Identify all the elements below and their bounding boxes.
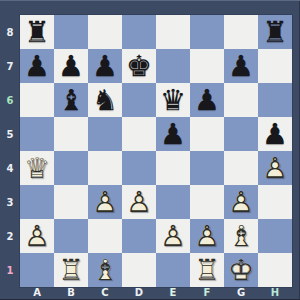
square-g7[interactable]: ♟ (224, 49, 258, 83)
square-h5[interactable]: ♟ (258, 117, 292, 151)
square-b7[interactable]: ♟ (54, 49, 88, 83)
piece-fill: ♟ (190, 83, 224, 117)
square-h3[interactable] (258, 185, 292, 219)
square-f7[interactable] (190, 49, 224, 83)
square-c1[interactable]: ♝♗ (88, 253, 122, 287)
piece-fill: ♟ (258, 117, 292, 151)
white-bishop: ♝♗ (224, 219, 258, 253)
square-d6[interactable] (122, 83, 156, 117)
square-b3[interactable] (54, 185, 88, 219)
square-f6[interactable]: ♟ (190, 83, 224, 117)
square-e6[interactable]: ♛ (156, 83, 190, 117)
chess-board: ♜♜♟♟♟♚♟♝♞♛♟♟♟♛♕♟♙♟♙♟♙♟♙♟♙♟♙♟♙♝♗♜♖♝♗♜♖♚♔ (20, 15, 292, 287)
white-pawn: ♟♙ (20, 219, 54, 253)
chess-board-frame: 87654321 ♜♜♟♟♟♚♟♝♞♛♟♟♟♛♕♟♙♟♙♟♙♟♙♟♙♟♙♟♙♝♗… (0, 0, 300, 300)
square-h8[interactable]: ♜ (258, 15, 292, 49)
square-a1[interactable] (20, 253, 54, 287)
square-g6[interactable] (224, 83, 258, 117)
file-label-h: H (258, 286, 292, 299)
white-rook: ♜♖ (54, 253, 88, 287)
piece-outline: ♙ (258, 151, 292, 185)
file-label-d: D (122, 286, 156, 299)
square-a2[interactable]: ♟♙ (20, 219, 54, 253)
white-queen: ♛♕ (20, 151, 54, 185)
square-a5[interactable] (20, 117, 54, 151)
square-e3[interactable] (156, 185, 190, 219)
square-e8[interactable] (156, 15, 190, 49)
square-b8[interactable] (54, 15, 88, 49)
square-g4[interactable] (224, 151, 258, 185)
black-rook: ♜ (20, 15, 54, 49)
rank-label-7: 7 (0, 49, 20, 83)
rank-label-2: 2 (0, 219, 20, 253)
piece-fill: ♟ (88, 49, 122, 83)
white-pawn: ♟♙ (224, 185, 258, 219)
square-d5[interactable] (122, 117, 156, 151)
square-h4[interactable]: ♟♙ (258, 151, 292, 185)
square-a7[interactable]: ♟ (20, 49, 54, 83)
square-e1[interactable] (156, 253, 190, 287)
square-a3[interactable] (20, 185, 54, 219)
file-label-f: F (190, 286, 224, 299)
piece-fill: ♜ (20, 15, 54, 49)
square-f3[interactable] (190, 185, 224, 219)
black-rook: ♜ (258, 15, 292, 49)
square-g5[interactable] (224, 117, 258, 151)
square-c8[interactable] (88, 15, 122, 49)
square-f2[interactable]: ♟♙ (190, 219, 224, 253)
square-h6[interactable] (258, 83, 292, 117)
black-pawn: ♟ (20, 49, 54, 83)
piece-fill: ♜ (258, 15, 292, 49)
black-king: ♚ (122, 49, 156, 83)
square-b2[interactable] (54, 219, 88, 253)
square-d7[interactable]: ♚ (122, 49, 156, 83)
black-pawn: ♟ (258, 117, 292, 151)
square-d8[interactable] (122, 15, 156, 49)
piece-outline: ♖ (190, 253, 224, 287)
white-pawn: ♟♙ (122, 185, 156, 219)
square-d3[interactable]: ♟♙ (122, 185, 156, 219)
black-pawn: ♟ (224, 49, 258, 83)
square-h7[interactable] (258, 49, 292, 83)
square-d2[interactable] (122, 219, 156, 253)
square-c5[interactable] (88, 117, 122, 151)
piece-outline: ♙ (190, 219, 224, 253)
black-pawn: ♟ (156, 117, 190, 151)
file-label-g: G (224, 286, 258, 299)
file-label-b: B (54, 286, 88, 299)
piece-outline: ♕ (20, 151, 54, 185)
square-c4[interactable] (88, 151, 122, 185)
square-b6[interactable]: ♝ (54, 83, 88, 117)
rank-label-4: 4 (0, 151, 20, 185)
piece-outline: ♔ (224, 253, 258, 287)
file-label-a: A (20, 286, 54, 299)
square-e4[interactable] (156, 151, 190, 185)
piece-outline: ♖ (54, 253, 88, 287)
file-label-e: E (156, 286, 190, 299)
square-g3[interactable]: ♟♙ (224, 185, 258, 219)
rank-label-6: 6 (0, 83, 20, 117)
white-bishop: ♝♗ (88, 253, 122, 287)
square-c7[interactable]: ♟ (88, 49, 122, 83)
square-e7[interactable] (156, 49, 190, 83)
square-b4[interactable] (54, 151, 88, 185)
rank-label-3: 3 (0, 185, 20, 219)
piece-outline: ♙ (156, 219, 190, 253)
square-f1[interactable]: ♜♖ (190, 253, 224, 287)
black-pawn: ♟ (88, 49, 122, 83)
black-knight: ♞ (88, 83, 122, 117)
square-h1[interactable] (258, 253, 292, 287)
white-pawn: ♟♙ (156, 219, 190, 253)
square-c6[interactable]: ♞ (88, 83, 122, 117)
piece-fill: ♟ (20, 49, 54, 83)
rank-label-5: 5 (0, 117, 20, 151)
piece-outline: ♗ (224, 219, 258, 253)
square-c3[interactable]: ♟♙ (88, 185, 122, 219)
square-c2[interactable] (88, 219, 122, 253)
piece-fill: ♝ (54, 83, 88, 117)
square-g1[interactable]: ♚♔ (224, 253, 258, 287)
file-labels: ABCDEFGH (20, 286, 292, 299)
rank-label-1: 1 (0, 253, 20, 287)
white-pawn: ♟♙ (190, 219, 224, 253)
black-bishop: ♝ (54, 83, 88, 117)
square-f4[interactable] (190, 151, 224, 185)
black-pawn: ♟ (54, 49, 88, 83)
black-queen: ♛ (156, 83, 190, 117)
square-b5[interactable] (54, 117, 88, 151)
black-pawn: ♟ (190, 83, 224, 117)
piece-outline: ♙ (20, 219, 54, 253)
piece-fill: ♛ (156, 83, 190, 117)
square-a4[interactable]: ♛♕ (20, 151, 54, 185)
rank-labels: 87654321 (0, 15, 20, 287)
square-g2[interactable]: ♝♗ (224, 219, 258, 253)
square-a8[interactable]: ♜ (20, 15, 54, 49)
square-a6[interactable] (20, 83, 54, 117)
piece-outline: ♙ (224, 185, 258, 219)
piece-fill: ♟ (54, 49, 88, 83)
square-d4[interactable] (122, 151, 156, 185)
square-b1[interactable]: ♜♖ (54, 253, 88, 287)
piece-fill: ♟ (156, 117, 190, 151)
square-d1[interactable] (122, 253, 156, 287)
file-label-c: C (88, 286, 122, 299)
piece-outline: ♗ (88, 253, 122, 287)
square-h2[interactable] (258, 219, 292, 253)
white-pawn: ♟♙ (88, 185, 122, 219)
rank-label-8: 8 (0, 15, 20, 49)
square-g8[interactable] (224, 15, 258, 49)
white-rook: ♜♖ (190, 253, 224, 287)
square-e5[interactable]: ♟ (156, 117, 190, 151)
square-f5[interactable] (190, 117, 224, 151)
piece-fill: ♞ (88, 83, 122, 117)
piece-fill: ♟ (224, 49, 258, 83)
square-e2[interactable]: ♟♙ (156, 219, 190, 253)
square-f8[interactable] (190, 15, 224, 49)
piece-outline: ♙ (122, 185, 156, 219)
piece-outline: ♙ (88, 185, 122, 219)
white-king: ♚♔ (224, 253, 258, 287)
white-pawn: ♟♙ (258, 151, 292, 185)
piece-fill: ♚ (122, 49, 156, 83)
